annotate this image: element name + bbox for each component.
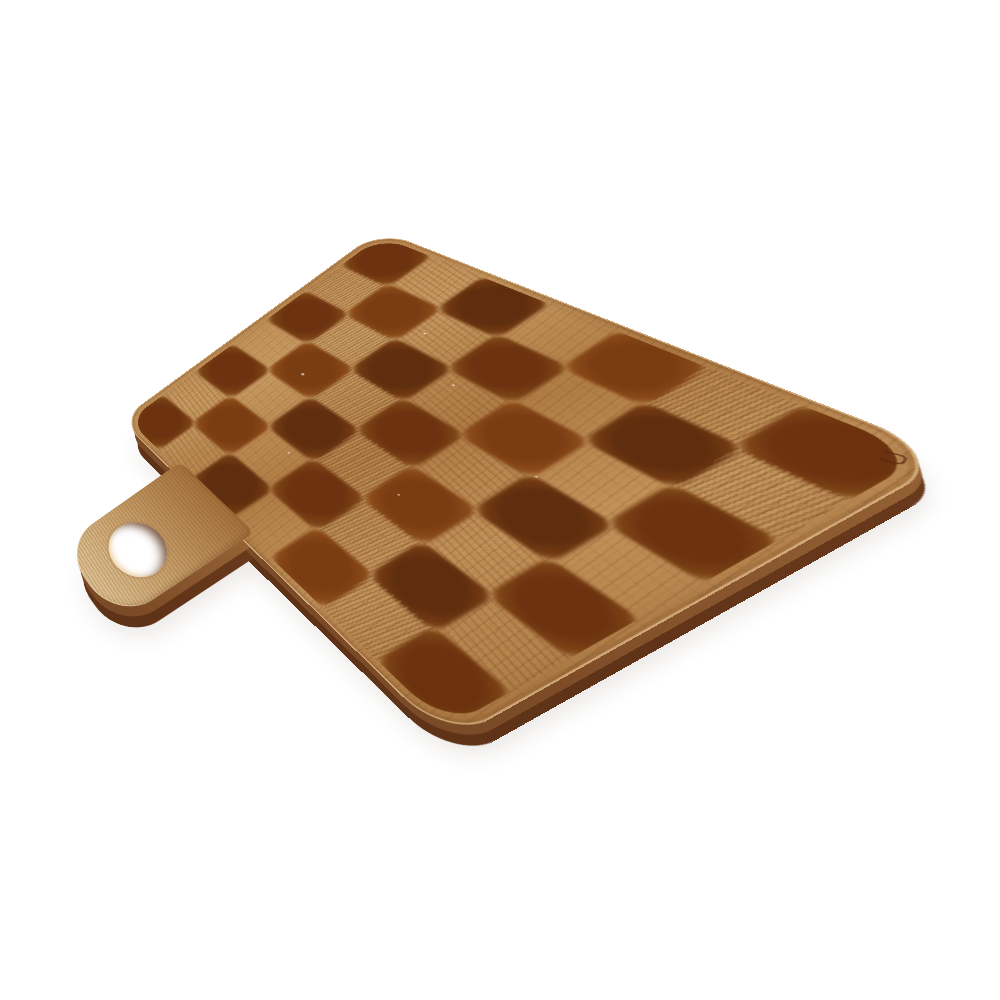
product-photo-stage [0,0,1000,1000]
hanging-hole [98,512,180,588]
